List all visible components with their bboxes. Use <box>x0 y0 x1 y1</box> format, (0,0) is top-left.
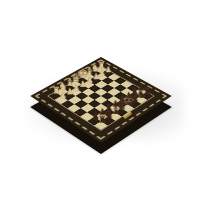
white-pawn: ♟ <box>59 91 67 100</box>
product-photo-background: ♜♞♝♛♚♝♞♜♟♟♟♟♟♟♟♟♟♟♟♟♟♟♟♟♜♞♝♛♚♝♞♜ <box>0 0 200 200</box>
black-rook: ♜ <box>98 115 107 125</box>
square: ♟ <box>55 96 68 104</box>
